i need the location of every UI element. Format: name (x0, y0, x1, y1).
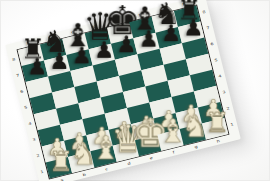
board-grid: ♜♞♝♛♚♝♞♜♟♟♟♟♟♟♟♟♟♟♟♟♟♟♟♟♜♞♝♛♚♝♞♜ (18, 5, 229, 178)
chess-set-product-photo: ♜♞♝♛♚♝♞♜♟♟♟♟♟♟♟♟♟♟♟♟♟♟♟♟♜♞♝♛♚♝♞♜ aabbccd… (0, 0, 270, 181)
board-frame-line: ♜♞♝♛♚♝♞♜♟♟♟♟♟♟♟♟♟♟♟♟♟♟♟♟♜♞♝♛♚♝♞♜ (17, 5, 230, 180)
chess-board: ♜♞♝♛♚♝♞♜♟♟♟♟♟♟♟♟♟♟♟♟♟♟♟♟♜♞♝♛♚♝♞♜ aabbccd… (5, 0, 241, 181)
